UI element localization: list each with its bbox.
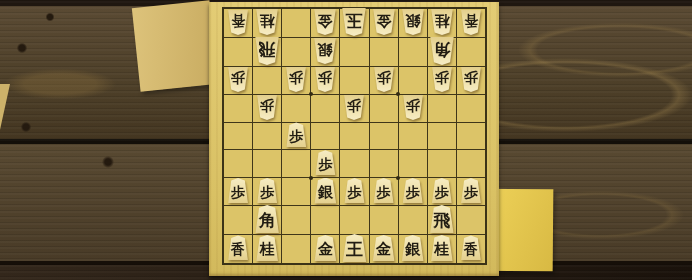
koma-kanji: 金: [372, 9, 396, 35]
square-5c[interactable]: [340, 67, 368, 94]
square-1a[interactable]: 香: [457, 9, 485, 37]
komadai-left-piece-stand: [132, 0, 218, 92]
shogi-board: 香桂金玉金銀桂香飛銀角歩歩歩歩歩歩歩歩歩歩歩歩歩銀歩歩歩歩歩角飛香桂金王金銀桂香: [209, 2, 499, 276]
photo-scene: 香桂金玉金銀桂香飛銀角歩歩歩歩歩歩歩歩歩歩歩歩歩銀歩歩歩歩歩角飛香桂金王金銀桂香: [0, 0, 692, 280]
koma-kanji: 金: [372, 235, 396, 261]
square-6b[interactable]: 銀: [311, 38, 339, 66]
piece-silver-3a[interactable]: 銀: [401, 9, 425, 35]
koma-kanji: 歩: [314, 150, 336, 175]
piece-knight-2a[interactable]: 桂: [430, 9, 454, 35]
piece-lance-9a[interactable]: 香: [227, 10, 249, 35]
square-9g[interactable]: 歩: [224, 178, 252, 205]
square-1e[interactable]: [457, 123, 485, 150]
square-8g[interactable]: 歩: [253, 178, 281, 205]
square-6h[interactable]: [311, 206, 339, 234]
piece-pawn-3d[interactable]: 歩: [402, 95, 424, 120]
square-3b[interactable]: [399, 38, 427, 66]
square-6a[interactable]: 金: [311, 9, 339, 37]
square-2c[interactable]: 歩: [428, 67, 456, 94]
koma-kanji: 歩: [314, 67, 336, 92]
square-1c[interactable]: 歩: [457, 67, 485, 94]
piece-pawn-9c[interactable]: 歩: [227, 67, 249, 92]
square-9c[interactable]: 歩: [224, 67, 252, 94]
square-3e[interactable]: [399, 123, 427, 150]
koma-kanji: 歩: [285, 122, 307, 147]
square-3i[interactable]: 銀: [399, 235, 427, 263]
square-2h[interactable]: 飛: [428, 206, 456, 234]
koma-kanji: 香: [227, 235, 249, 260]
square-9a[interactable]: 香: [224, 9, 252, 37]
koma-kanji: 香: [460, 235, 482, 260]
square-8a[interactable]: 桂: [253, 9, 281, 37]
square-8d[interactable]: 歩: [253, 95, 281, 122]
square-5f[interactable]: [340, 150, 368, 177]
square-3h[interactable]: [399, 206, 427, 234]
koma-kanji: 桂: [255, 235, 279, 261]
square-8f[interactable]: [253, 150, 281, 177]
piece-pawn-5g[interactable]: 歩: [343, 178, 365, 203]
square-3f[interactable]: [399, 150, 427, 177]
square-6e[interactable]: [311, 123, 339, 150]
koma-kanji: 銀: [401, 9, 425, 35]
koma-kanji: 金: [313, 9, 337, 35]
piece-pawn-5d[interactable]: 歩: [343, 95, 365, 120]
koma-kanji: 歩: [285, 67, 307, 92]
square-1d[interactable]: [457, 95, 485, 122]
piece-pawn-3g[interactable]: 歩: [402, 178, 424, 203]
square-4c[interactable]: 歩: [370, 67, 398, 94]
koma-kanji: 歩: [431, 67, 453, 92]
square-2g[interactable]: 歩: [428, 178, 456, 205]
koma-kanji: 歩: [373, 178, 395, 203]
square-9d[interactable]: [224, 95, 252, 122]
square-5g[interactable]: 歩: [340, 178, 368, 205]
square-7i[interactable]: [282, 235, 310, 263]
square-2e[interactable]: [428, 123, 456, 150]
piece-bishop-8h[interactable]: 角: [254, 205, 280, 233]
square-4g[interactable]: 歩: [370, 178, 398, 205]
piece-king-5i[interactable]: 王: [341, 234, 367, 262]
koma-kanji: 銀: [401, 235, 425, 261]
koma-kanji: 歩: [373, 67, 395, 92]
square-2i[interactable]: 桂: [428, 235, 456, 263]
koma-kanji: 桂: [430, 235, 454, 261]
square-7d[interactable]: [282, 95, 310, 122]
square-6c[interactable]: 歩: [311, 67, 339, 94]
square-1g[interactable]: 歩: [457, 178, 485, 205]
square-8h[interactable]: 角: [253, 206, 281, 234]
piece-pawn-8d[interactable]: 歩: [256, 95, 278, 120]
piece-gold-6i[interactable]: 金: [313, 235, 337, 261]
square-7c[interactable]: 歩: [282, 67, 310, 94]
square-6f[interactable]: 歩: [311, 150, 339, 177]
koma-kanji: 銀: [313, 38, 337, 64]
piece-rook-2h[interactable]: 飛: [429, 205, 455, 233]
piece-rook-8b[interactable]: 飛: [254, 37, 280, 65]
piece-pawn-1c[interactable]: 歩: [460, 67, 482, 92]
square-8i[interactable]: 桂: [253, 235, 281, 263]
koma-kanji: 桂: [430, 9, 454, 35]
piece-lance-9i[interactable]: 香: [227, 235, 249, 260]
square-9b[interactable]: [224, 38, 252, 66]
square-4f[interactable]: [370, 150, 398, 177]
square-5b[interactable]: [340, 38, 368, 66]
square-4a[interactable]: 金: [370, 9, 398, 37]
square-5h[interactable]: [340, 206, 368, 234]
koma-kanji: 角: [254, 205, 280, 233]
square-8e[interactable]: [253, 123, 281, 150]
koma-kanji: 歩: [256, 95, 278, 120]
square-7g[interactable]: [282, 178, 310, 205]
square-7h[interactable]: [282, 206, 310, 234]
koma-kanji: 香: [227, 10, 249, 35]
piece-gold-4a[interactable]: 金: [372, 9, 396, 35]
square-9f[interactable]: [224, 150, 252, 177]
square-1i[interactable]: 香: [457, 235, 485, 263]
koma-kanji: 桂: [255, 9, 279, 35]
koma-kanji: 歩: [460, 67, 482, 92]
koma-kanji: 飛: [254, 37, 280, 65]
square-4b[interactable]: [370, 38, 398, 66]
square-7a[interactable]: [282, 9, 310, 37]
square-6d[interactable]: [311, 95, 339, 122]
square-4i[interactable]: 金: [370, 235, 398, 263]
square-8c[interactable]: [253, 67, 281, 94]
square-5i[interactable]: 王: [340, 235, 368, 263]
piece-pawn-2c[interactable]: 歩: [431, 67, 453, 92]
square-2b[interactable]: 角: [428, 38, 456, 66]
square-7b[interactable]: [282, 38, 310, 66]
square-4e[interactable]: [370, 123, 398, 150]
piece-silver-6g[interactable]: 銀: [313, 178, 337, 204]
koma-kanji: 玉: [341, 8, 367, 36]
piece-knight-8a[interactable]: 桂: [255, 9, 279, 35]
koma-kanji: 金: [313, 235, 337, 261]
square-7f[interactable]: [282, 150, 310, 177]
koma-kanji: 歩: [227, 178, 249, 203]
square-9e[interactable]: [224, 123, 252, 150]
piece-pawn-9g[interactable]: 歩: [227, 178, 249, 203]
koma-kanji: 歩: [402, 95, 424, 120]
piece-king-5a[interactable]: 玉: [341, 8, 367, 36]
piece-knight-2i[interactable]: 桂: [430, 235, 454, 261]
koma-kanji: 角: [429, 37, 455, 65]
square-3c[interactable]: [399, 67, 427, 94]
square-2f[interactable]: [428, 150, 456, 177]
piece-silver-6b[interactable]: 銀: [313, 38, 337, 64]
square-1b[interactable]: [457, 38, 485, 66]
square-9h[interactable]: [224, 206, 252, 234]
square-7e[interactable]: 歩: [282, 123, 310, 150]
koma-kanji: 歩: [343, 95, 365, 120]
piece-pawn-4g[interactable]: 歩: [373, 178, 395, 203]
square-4h[interactable]: [370, 206, 398, 234]
koma-kanji: 飛: [429, 205, 455, 233]
square-9i[interactable]: 香: [224, 235, 252, 263]
piece-pawn-4c[interactable]: 歩: [373, 67, 395, 92]
piece-pawn-6c[interactable]: 歩: [314, 67, 336, 92]
square-5d[interactable]: 歩: [340, 95, 368, 122]
square-3d[interactable]: 歩: [399, 95, 427, 122]
piece-pawn-7e[interactable]: 歩: [285, 122, 307, 147]
square-2a[interactable]: 桂: [428, 9, 456, 37]
square-1h[interactable]: [457, 206, 485, 234]
koma-kanji: 歩: [402, 178, 424, 203]
piece-pawn-2g[interactable]: 歩: [431, 178, 453, 203]
square-3g[interactable]: 歩: [399, 178, 427, 205]
piece-pawn-1g[interactable]: 歩: [460, 178, 482, 203]
koma-kanji: 歩: [227, 67, 249, 92]
piece-lance-1a[interactable]: 香: [460, 10, 482, 35]
square-6g[interactable]: 銀: [311, 178, 339, 205]
square-3a[interactable]: 銀: [399, 9, 427, 37]
square-1f[interactable]: [457, 150, 485, 177]
piece-bishop-2b[interactable]: 角: [429, 37, 455, 65]
square-2d[interactable]: [428, 95, 456, 122]
square-8b[interactable]: 飛: [253, 38, 281, 66]
square-6i[interactable]: 金: [311, 235, 339, 263]
koma-kanji: 歩: [460, 178, 482, 203]
piece-silver-3i[interactable]: 銀: [401, 235, 425, 261]
koma-kanji: 歩: [431, 178, 453, 203]
piece-gold-4i[interactable]: 金: [372, 235, 396, 261]
koma-kanji: 銀: [313, 178, 337, 204]
piece-knight-8i[interactable]: 桂: [255, 235, 279, 261]
piece-pawn-6f[interactable]: 歩: [314, 150, 336, 175]
piece-gold-6a[interactable]: 金: [313, 9, 337, 35]
square-5a[interactable]: 玉: [340, 9, 368, 37]
piece-lance-1i[interactable]: 香: [460, 235, 482, 260]
piece-pawn-7c[interactable]: 歩: [285, 67, 307, 92]
koma-kanji: 歩: [343, 178, 365, 203]
board-grid: 香桂金玉金銀桂香飛銀角歩歩歩歩歩歩歩歩歩歩歩歩歩銀歩歩歩歩歩角飛香桂金王金銀桂香: [222, 7, 487, 265]
square-4d[interactable]: [370, 95, 398, 122]
square-5e[interactable]: [340, 123, 368, 150]
piece-pawn-8g[interactable]: 歩: [256, 178, 278, 203]
koma-kanji: 王: [341, 234, 367, 262]
koma-kanji: 歩: [256, 178, 278, 203]
koma-kanji: 香: [460, 10, 482, 35]
